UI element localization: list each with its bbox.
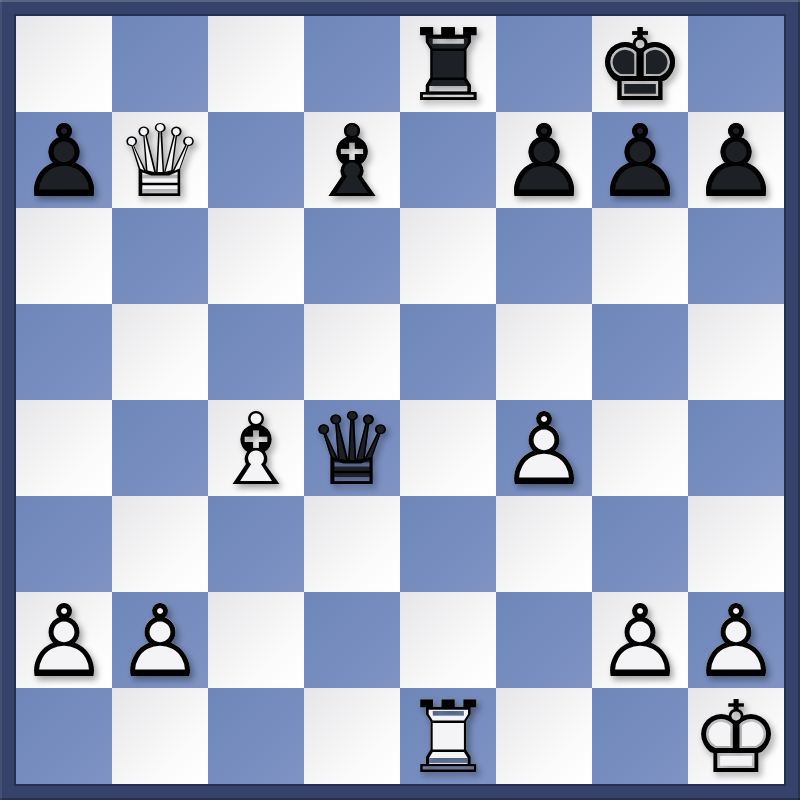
black-pawn-fill-glyph: ♟ (496, 114, 592, 210)
square-g6[interactable] (592, 208, 688, 304)
square-f4[interactable]: ♟♙ (496, 400, 592, 496)
square-d3[interactable] (304, 496, 400, 592)
square-g1[interactable] (592, 688, 688, 784)
black-rook-outline-glyph: ♖ (400, 18, 496, 114)
square-h8[interactable] (688, 16, 784, 112)
white-pawn-piece[interactable]: ♟♙ (112, 592, 208, 688)
chess-board-frame: ♜♖♚♔♟♙♛♕♝♗♟♙♟♙♟♙♝♗♛♕♟♙♟♙♟♙♟♙♟♙♜♖♚♔ (0, 0, 800, 800)
black-pawn-outline-glyph: ♙ (496, 114, 592, 210)
white-king-piece[interactable]: ♚♔ (688, 688, 784, 784)
black-bishop-fill-glyph: ♝ (304, 114, 400, 210)
white-bishop-piece[interactable]: ♝♗ (208, 400, 304, 496)
square-b2[interactable]: ♟♙ (112, 592, 208, 688)
white-pawn-fill-glyph: ♟ (688, 594, 784, 690)
square-a4[interactable] (16, 400, 112, 496)
square-d8[interactable] (304, 16, 400, 112)
square-g2[interactable]: ♟♙ (592, 592, 688, 688)
square-c4[interactable]: ♝♗ (208, 400, 304, 496)
square-h4[interactable] (688, 400, 784, 496)
square-a6[interactable] (16, 208, 112, 304)
square-a7[interactable]: ♟♙ (16, 112, 112, 208)
square-d4[interactable]: ♛♕ (304, 400, 400, 496)
square-h2[interactable]: ♟♙ (688, 592, 784, 688)
black-pawn-piece[interactable]: ♟♙ (16, 112, 112, 208)
white-pawn-piece[interactable]: ♟♙ (688, 592, 784, 688)
black-pawn-outline-glyph: ♙ (592, 114, 688, 210)
white-king-fill-glyph: ♚ (688, 690, 784, 786)
black-queen-outline-glyph: ♕ (304, 402, 400, 498)
white-pawn-outline-glyph: ♙ (112, 594, 208, 690)
white-pawn-outline-glyph: ♙ (592, 594, 688, 690)
chess-board: ♜♖♚♔♟♙♛♕♝♗♟♙♟♙♟♙♝♗♛♕♟♙♟♙♟♙♟♙♟♙♜♖♚♔ (14, 14, 786, 786)
square-b8[interactable] (112, 16, 208, 112)
white-king-outline-glyph: ♔ (688, 690, 784, 786)
square-c1[interactable] (208, 688, 304, 784)
square-c2[interactable] (208, 592, 304, 688)
white-bishop-outline-glyph: ♗ (208, 402, 304, 498)
white-rook-piece[interactable]: ♜♖ (400, 688, 496, 784)
square-b3[interactable] (112, 496, 208, 592)
white-queen-fill-glyph: ♛ (112, 114, 208, 210)
white-pawn-piece[interactable]: ♟♙ (16, 592, 112, 688)
square-c7[interactable] (208, 112, 304, 208)
square-g7[interactable]: ♟♙ (592, 112, 688, 208)
black-pawn-fill-glyph: ♟ (592, 114, 688, 210)
black-pawn-fill-glyph: ♟ (688, 114, 784, 210)
white-rook-outline-glyph: ♖ (400, 690, 496, 786)
square-b6[interactable] (112, 208, 208, 304)
square-e5[interactable] (400, 304, 496, 400)
square-e1[interactable]: ♜♖ (400, 688, 496, 784)
square-g5[interactable] (592, 304, 688, 400)
white-pawn-fill-glyph: ♟ (592, 594, 688, 690)
square-b7[interactable]: ♛♕ (112, 112, 208, 208)
square-g8[interactable]: ♚♔ (592, 16, 688, 112)
square-f3[interactable] (496, 496, 592, 592)
white-pawn-outline-glyph: ♙ (16, 594, 112, 690)
white-pawn-outline-glyph: ♙ (688, 594, 784, 690)
square-e2[interactable] (400, 592, 496, 688)
white-bishop-fill-glyph: ♝ (208, 402, 304, 498)
square-e6[interactable] (400, 208, 496, 304)
square-f1[interactable] (496, 688, 592, 784)
square-c6[interactable] (208, 208, 304, 304)
square-f8[interactable] (496, 16, 592, 112)
square-f2[interactable] (496, 592, 592, 688)
square-a8[interactable] (16, 16, 112, 112)
white-pawn-outline-glyph: ♙ (496, 402, 592, 498)
square-c5[interactable] (208, 304, 304, 400)
square-a1[interactable] (16, 688, 112, 784)
black-rook-piece[interactable]: ♜♖ (400, 16, 496, 112)
black-king-outline-glyph: ♔ (592, 18, 688, 114)
white-pawn-fill-glyph: ♟ (112, 594, 208, 690)
square-e3[interactable] (400, 496, 496, 592)
square-f7[interactable]: ♟♙ (496, 112, 592, 208)
black-pawn-outline-glyph: ♙ (688, 114, 784, 210)
square-h6[interactable] (688, 208, 784, 304)
black-pawn-outline-glyph: ♙ (16, 114, 112, 210)
white-pawn-fill-glyph: ♟ (496, 402, 592, 498)
black-pawn-fill-glyph: ♟ (16, 114, 112, 210)
square-a3[interactable] (16, 496, 112, 592)
black-king-piece[interactable]: ♚♔ (592, 16, 688, 112)
square-d6[interactable] (304, 208, 400, 304)
square-f6[interactable] (496, 208, 592, 304)
white-pawn-piece[interactable]: ♟♙ (592, 592, 688, 688)
black-queen-fill-glyph: ♛ (304, 402, 400, 498)
square-b5[interactable] (112, 304, 208, 400)
square-c8[interactable] (208, 16, 304, 112)
black-queen-piece[interactable]: ♛♕ (304, 400, 400, 496)
square-h5[interactable] (688, 304, 784, 400)
white-pawn-fill-glyph: ♟ (16, 594, 112, 690)
square-h7[interactable]: ♟♙ (688, 112, 784, 208)
square-d1[interactable] (304, 688, 400, 784)
black-rook-fill-glyph: ♜ (400, 18, 496, 114)
square-c3[interactable] (208, 496, 304, 592)
square-a2[interactable]: ♟♙ (16, 592, 112, 688)
white-queen-piece[interactable]: ♛♕ (112, 112, 208, 208)
square-e7[interactable] (400, 112, 496, 208)
white-rook-fill-glyph: ♜ (400, 690, 496, 786)
black-bishop-piece[interactable]: ♝♗ (304, 112, 400, 208)
black-bishop-outline-glyph: ♗ (304, 114, 400, 210)
square-h1[interactable]: ♚♔ (688, 688, 784, 784)
white-queen-outline-glyph: ♕ (112, 114, 208, 210)
square-d7[interactable]: ♝♗ (304, 112, 400, 208)
square-h3[interactable] (688, 496, 784, 592)
black-king-fill-glyph: ♚ (592, 18, 688, 114)
black-pawn-piece[interactable]: ♟♙ (688, 112, 784, 208)
square-e4[interactable] (400, 400, 496, 496)
square-e8[interactable]: ♜♖ (400, 16, 496, 112)
square-b4[interactable] (112, 400, 208, 496)
white-pawn-piece[interactable]: ♟♙ (496, 400, 592, 496)
square-d2[interactable] (304, 592, 400, 688)
black-pawn-piece[interactable]: ♟♙ (592, 112, 688, 208)
black-pawn-piece[interactable]: ♟♙ (496, 112, 592, 208)
square-f5[interactable] (496, 304, 592, 400)
square-g4[interactable] (592, 400, 688, 496)
square-a5[interactable] (16, 304, 112, 400)
square-b1[interactable] (112, 688, 208, 784)
square-g3[interactable] (592, 496, 688, 592)
square-d5[interactable] (304, 304, 400, 400)
